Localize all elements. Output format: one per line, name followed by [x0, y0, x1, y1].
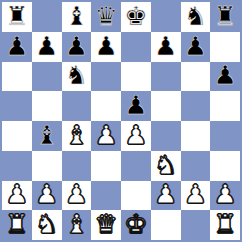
square-c1[interactable]: ♝: [62, 210, 92, 240]
piece-white-pawn[interactable]: ♟: [154, 181, 177, 207]
piece-black-rook[interactable]: ♜: [213, 3, 236, 29]
square-h1[interactable]: ♜: [210, 210, 240, 240]
square-c6[interactable]: ♞: [62, 62, 92, 92]
square-d5[interactable]: [91, 91, 121, 121]
piece-white-pawn[interactable]: ♟: [124, 122, 147, 148]
square-e8[interactable]: ♚: [121, 2, 151, 32]
piece-black-pawn[interactable]: ♟: [5, 33, 28, 59]
square-h4[interactable]: [210, 121, 240, 151]
piece-white-rook[interactable]: ♜: [213, 211, 236, 237]
square-a3[interactable]: [2, 151, 32, 181]
piece-black-knight[interactable]: ♞: [184, 3, 207, 29]
square-d2[interactable]: [91, 181, 121, 211]
piece-white-pawn[interactable]: ♟: [65, 181, 88, 207]
square-g1[interactable]: [181, 210, 211, 240]
piece-white-rook[interactable]: ♜: [5, 211, 28, 237]
square-d7[interactable]: ♟: [91, 32, 121, 62]
square-f4[interactable]: [151, 121, 181, 151]
piece-white-bishop[interactable]: ♝: [65, 122, 88, 148]
square-a8[interactable]: ♜: [2, 2, 32, 32]
square-b1[interactable]: ♞: [32, 210, 62, 240]
piece-black-bishop[interactable]: ♝: [35, 122, 58, 148]
piece-black-bishop[interactable]: ♝: [65, 3, 88, 29]
piece-black-pawn[interactable]: ♟: [65, 33, 88, 59]
piece-black-pawn[interactable]: ♟: [124, 92, 147, 118]
square-e4[interactable]: ♟: [121, 121, 151, 151]
square-c7[interactable]: ♟: [62, 32, 92, 62]
square-g6[interactable]: [181, 62, 211, 92]
piece-white-pawn[interactable]: ♟: [213, 181, 236, 207]
square-c2[interactable]: ♟: [62, 181, 92, 211]
square-h3[interactable]: [210, 151, 240, 181]
square-g8[interactable]: ♞: [181, 2, 211, 32]
square-e2[interactable]: [121, 181, 151, 211]
square-h8[interactable]: ♜: [210, 2, 240, 32]
square-g3[interactable]: [181, 151, 211, 181]
chess-board: ♜♝♛♚♞♜♟♟♟♟♟♟♞♟♟♝♝♟♟♞♟♟♟♟♟♟♜♞♝♛♚♜: [0, 0, 242, 242]
square-h6[interactable]: ♟: [210, 62, 240, 92]
square-c5[interactable]: [62, 91, 92, 121]
piece-white-knight[interactable]: ♞: [154, 152, 177, 178]
piece-black-pawn[interactable]: ♟: [154, 33, 177, 59]
square-b3[interactable]: [32, 151, 62, 181]
square-e6[interactable]: [121, 62, 151, 92]
square-c3[interactable]: [62, 151, 92, 181]
piece-black-pawn[interactable]: ♟: [94, 33, 117, 59]
square-e3[interactable]: [121, 151, 151, 181]
square-d3[interactable]: [91, 151, 121, 181]
square-b6[interactable]: [32, 62, 62, 92]
square-a7[interactable]: ♟: [2, 32, 32, 62]
square-a1[interactable]: ♜: [2, 210, 32, 240]
square-f5[interactable]: [151, 91, 181, 121]
square-f6[interactable]: [151, 62, 181, 92]
square-f8[interactable]: [151, 2, 181, 32]
square-g4[interactable]: [181, 121, 211, 151]
chess-board-container: ♜♝♛♚♞♜♟♟♟♟♟♟♞♟♟♝♝♟♟♞♟♟♟♟♟♟♜♞♝♛♚♜: [0, 0, 242, 242]
square-d1[interactable]: ♛: [91, 210, 121, 240]
piece-black-pawn[interactable]: ♟: [35, 33, 58, 59]
piece-white-queen[interactable]: ♛: [94, 211, 117, 237]
square-d8[interactable]: ♛: [91, 2, 121, 32]
square-b5[interactable]: [32, 91, 62, 121]
piece-white-pawn[interactable]: ♟: [94, 122, 117, 148]
piece-black-knight[interactable]: ♞: [65, 62, 88, 88]
square-b8[interactable]: [32, 2, 62, 32]
square-b4[interactable]: ♝: [32, 121, 62, 151]
square-c4[interactable]: ♝: [62, 121, 92, 151]
square-g7[interactable]: ♟: [181, 32, 211, 62]
piece-black-pawn[interactable]: ♟: [184, 33, 207, 59]
square-b7[interactable]: ♟: [32, 32, 62, 62]
square-a4[interactable]: [2, 121, 32, 151]
square-a6[interactable]: [2, 62, 32, 92]
square-d6[interactable]: [91, 62, 121, 92]
square-f7[interactable]: ♟: [151, 32, 181, 62]
square-e5[interactable]: ♟: [121, 91, 151, 121]
piece-white-king[interactable]: ♚: [124, 211, 147, 237]
square-f2[interactable]: ♟: [151, 181, 181, 211]
square-d4[interactable]: ♟: [91, 121, 121, 151]
square-c8[interactable]: ♝: [62, 2, 92, 32]
square-f3[interactable]: ♞: [151, 151, 181, 181]
piece-white-pawn[interactable]: ♟: [35, 181, 58, 207]
piece-white-pawn[interactable]: ♟: [184, 181, 207, 207]
square-e1[interactable]: ♚: [121, 210, 151, 240]
piece-black-rook[interactable]: ♜: [5, 3, 28, 29]
piece-white-knight[interactable]: ♞: [35, 211, 58, 237]
square-h7[interactable]: [210, 32, 240, 62]
square-g2[interactable]: ♟: [181, 181, 211, 211]
square-h2[interactable]: ♟: [210, 181, 240, 211]
square-e7[interactable]: [121, 32, 151, 62]
piece-black-queen[interactable]: ♛: [94, 3, 117, 29]
piece-white-pawn[interactable]: ♟: [5, 181, 28, 207]
piece-white-bishop[interactable]: ♝: [65, 211, 88, 237]
square-f1[interactable]: [151, 210, 181, 240]
piece-black-king[interactable]: ♚: [124, 3, 147, 29]
square-a2[interactable]: ♟: [2, 181, 32, 211]
piece-black-pawn[interactable]: ♟: [213, 62, 236, 88]
square-b2[interactable]: ♟: [32, 181, 62, 211]
square-g5[interactable]: [181, 91, 211, 121]
square-a5[interactable]: [2, 91, 32, 121]
square-h5[interactable]: [210, 91, 240, 121]
